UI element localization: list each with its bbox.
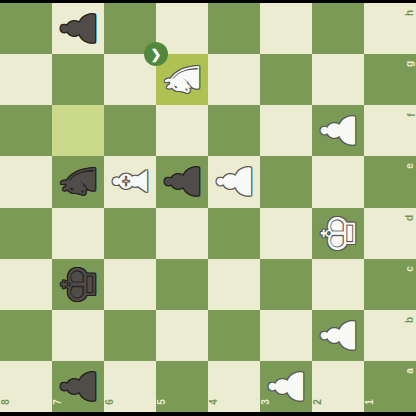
square-a5[interactable]: 5 bbox=[156, 361, 208, 412]
square-d2[interactable]: ♚ bbox=[312, 208, 364, 259]
file-label-c: c bbox=[405, 266, 415, 272]
file-label-f: f bbox=[406, 114, 416, 117]
square-b2[interactable]: ♟ bbox=[312, 310, 364, 361]
file-label-g: g bbox=[405, 61, 415, 67]
square-e6[interactable]: ♝ bbox=[104, 156, 156, 207]
square-f3[interactable] bbox=[260, 105, 312, 156]
square-e2[interactable] bbox=[312, 156, 364, 207]
square-b3[interactable] bbox=[260, 310, 312, 361]
square-d5[interactable] bbox=[156, 208, 208, 259]
rank-label-6: 6 bbox=[105, 399, 115, 405]
square-g1[interactable]: g bbox=[364, 54, 416, 105]
file-label-e: e bbox=[405, 164, 415, 170]
black-pawn[interactable]: ♟ bbox=[158, 161, 205, 203]
square-e8[interactable] bbox=[0, 156, 52, 207]
square-h1[interactable]: h bbox=[364, 3, 416, 54]
square-h7[interactable]: ♟ bbox=[52, 3, 104, 54]
square-d6[interactable] bbox=[104, 208, 156, 259]
square-h4[interactable] bbox=[208, 3, 260, 54]
chess-board: ♟h♞g♟f♞♝♟♟e♚d♚c♟b8♟7654♟32a1❯ bbox=[0, 3, 416, 412]
square-a3[interactable]: ♟3 bbox=[260, 361, 312, 412]
black-king[interactable]: ♚ bbox=[54, 263, 101, 305]
square-c8[interactable] bbox=[0, 259, 52, 310]
square-e4[interactable]: ♟ bbox=[208, 156, 260, 207]
square-c5[interactable] bbox=[156, 259, 208, 310]
square-e3[interactable] bbox=[260, 156, 312, 207]
white-pawn[interactable]: ♟ bbox=[262, 365, 309, 407]
square-g4[interactable] bbox=[208, 54, 260, 105]
black-pawn[interactable]: ♟ bbox=[54, 7, 101, 49]
square-g3[interactable] bbox=[260, 54, 312, 105]
square-a8[interactable]: 8 bbox=[0, 361, 52, 412]
white-knight[interactable]: ♞ bbox=[158, 59, 205, 101]
square-h2[interactable] bbox=[312, 3, 364, 54]
square-d4[interactable] bbox=[208, 208, 260, 259]
black-knight[interactable]: ♞ bbox=[54, 161, 101, 203]
square-f7[interactable] bbox=[52, 105, 104, 156]
square-b5[interactable] bbox=[156, 310, 208, 361]
square-f8[interactable] bbox=[0, 105, 52, 156]
square-e5[interactable]: ♟ bbox=[156, 156, 208, 207]
white-pawn[interactable]: ♟ bbox=[314, 110, 361, 152]
square-b6[interactable] bbox=[104, 310, 156, 361]
square-g8[interactable] bbox=[0, 54, 52, 105]
square-b7[interactable] bbox=[52, 310, 104, 361]
square-d7[interactable] bbox=[52, 208, 104, 259]
square-a1[interactable]: a1 bbox=[364, 361, 416, 412]
square-b1[interactable]: b bbox=[364, 310, 416, 361]
square-a7[interactable]: ♟7 bbox=[52, 361, 104, 412]
rank-label-1: 1 bbox=[365, 399, 375, 405]
rank-label-7: 7 bbox=[53, 399, 63, 405]
square-a2[interactable]: 2 bbox=[312, 361, 364, 412]
rank-label-4: 4 bbox=[209, 399, 219, 405]
square-f5[interactable] bbox=[156, 105, 208, 156]
white-bishop[interactable]: ♝ bbox=[106, 161, 153, 203]
square-b8[interactable] bbox=[0, 310, 52, 361]
square-e1[interactable]: e bbox=[364, 156, 416, 207]
white-king[interactable]: ♚ bbox=[314, 212, 361, 254]
black-pawn[interactable]: ♟ bbox=[54, 365, 101, 407]
file-label-a: a bbox=[405, 368, 415, 374]
square-f1[interactable]: f bbox=[364, 105, 416, 156]
square-f4[interactable] bbox=[208, 105, 260, 156]
square-a6[interactable]: 6 bbox=[104, 361, 156, 412]
square-c4[interactable] bbox=[208, 259, 260, 310]
app-screen: ♟h♞g♟f♞♝♟♟e♚d♚c♟b8♟7654♟32a1❯ bbox=[0, 0, 416, 416]
square-g7[interactable] bbox=[52, 54, 104, 105]
square-b4[interactable] bbox=[208, 310, 260, 361]
square-h8[interactable] bbox=[0, 3, 52, 54]
square-c3[interactable] bbox=[260, 259, 312, 310]
rank-label-3: 3 bbox=[261, 399, 271, 405]
square-d3[interactable] bbox=[260, 208, 312, 259]
square-g2[interactable] bbox=[312, 54, 364, 105]
square-f2[interactable]: ♟ bbox=[312, 105, 364, 156]
square-e7[interactable]: ♞ bbox=[52, 156, 104, 207]
square-h3[interactable] bbox=[260, 3, 312, 54]
file-label-b: b bbox=[405, 317, 415, 323]
square-c6[interactable] bbox=[104, 259, 156, 310]
square-c2[interactable] bbox=[312, 259, 364, 310]
white-pawn[interactable]: ♟ bbox=[314, 314, 361, 356]
square-c7[interactable]: ♚ bbox=[52, 259, 104, 310]
file-label-d: d bbox=[405, 214, 415, 220]
rank-label-8: 8 bbox=[1, 399, 11, 405]
next-move-badge[interactable]: ❯ bbox=[144, 42, 168, 66]
file-label-h: h bbox=[405, 10, 415, 16]
square-c1[interactable]: c bbox=[364, 259, 416, 310]
square-f6[interactable] bbox=[104, 105, 156, 156]
rank-label-5: 5 bbox=[157, 399, 167, 405]
rank-label-2: 2 bbox=[313, 399, 323, 405]
square-d1[interactable]: d bbox=[364, 208, 416, 259]
square-d8[interactable] bbox=[0, 208, 52, 259]
square-a4[interactable]: 4 bbox=[208, 361, 260, 412]
white-pawn[interactable]: ♟ bbox=[210, 161, 257, 203]
